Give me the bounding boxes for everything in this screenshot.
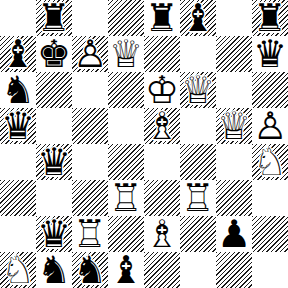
square-a6[interactable]: ♞♞ [0,72,36,108]
square-d4[interactable] [108,144,144,180]
square-h6[interactable] [252,72,288,108]
square-e5[interactable]: ♝♗ [144,108,180,144]
square-f5[interactable] [180,108,216,144]
piece-halo: ♛ [216,108,252,144]
square-b3[interactable] [36,180,72,216]
square-h4[interactable]: ♞♘ [252,144,288,180]
square-h7[interactable]: ♛♛ [252,36,288,72]
white-rook: ♖ [180,180,216,216]
white-knight: ♘ [0,252,36,288]
white-queen: ♕ [180,72,216,108]
piece-halo: ♜ [72,216,108,252]
square-h3[interactable] [252,180,288,216]
square-g1[interactable] [216,252,252,288]
square-g5[interactable]: ♛♕ [216,108,252,144]
white-bishop: ♗ [144,216,180,252]
piece-halo: ♞ [0,72,36,108]
piece-halo: ♝ [144,216,180,252]
square-b4[interactable]: ♛♛ [36,144,72,180]
square-c3[interactable] [72,180,108,216]
square-a8[interactable] [0,0,36,36]
square-e8[interactable]: ♜♜ [144,0,180,36]
black-rook: ♜ [144,0,180,36]
black-rook: ♜ [36,0,72,36]
white-queen: ♕ [108,36,144,72]
square-d6[interactable] [108,72,144,108]
square-e6[interactable]: ♚♔ [144,72,180,108]
square-e7[interactable] [144,36,180,72]
square-b6[interactable] [36,72,72,108]
white-king: ♔ [144,72,180,108]
piece-halo: ♝ [180,0,216,36]
square-a3[interactable] [0,180,36,216]
square-f3[interactable]: ♜♖ [180,180,216,216]
piece-halo: ♜ [36,0,72,36]
black-queen: ♛ [36,144,72,180]
piece-halo: ♛ [36,144,72,180]
square-d2[interactable] [108,216,144,252]
square-c6[interactable] [72,72,108,108]
square-f4[interactable] [180,144,216,180]
piece-halo: ♝ [0,36,36,72]
piece-halo: ♜ [252,0,288,36]
square-a7[interactable]: ♝♝ [0,36,36,72]
square-a4[interactable] [0,144,36,180]
square-e2[interactable]: ♝♗ [144,216,180,252]
square-e4[interactable] [144,144,180,180]
piece-halo: ♛ [36,216,72,252]
piece-halo: ♞ [36,252,72,288]
square-h1[interactable] [252,252,288,288]
black-king: ♚ [36,36,72,72]
square-d8[interactable] [108,0,144,36]
square-c7[interactable]: ♟♙ [72,36,108,72]
square-b5[interactable] [36,108,72,144]
piece-halo: ♜ [180,180,216,216]
square-c2[interactable]: ♜♖ [72,216,108,252]
piece-halo: ♞ [0,252,36,288]
square-g6[interactable] [216,72,252,108]
piece-halo: ♛ [180,72,216,108]
piece-halo: ♚ [144,72,180,108]
square-d1[interactable]: ♝♝ [108,252,144,288]
black-queen: ♛ [36,216,72,252]
white-rook: ♖ [108,180,144,216]
piece-halo: ♛ [252,36,288,72]
square-c1[interactable]: ♞♞ [72,252,108,288]
square-b7[interactable]: ♚♚ [36,36,72,72]
white-queen: ♕ [216,108,252,144]
square-d5[interactable] [108,108,144,144]
square-d3[interactable]: ♜♖ [108,180,144,216]
square-f8[interactable]: ♝♝ [180,0,216,36]
square-e1[interactable] [144,252,180,288]
square-h2[interactable] [252,216,288,252]
square-c5[interactable] [72,108,108,144]
white-pawn: ♙ [252,108,288,144]
piece-halo: ♞ [252,144,288,180]
square-g8[interactable] [216,0,252,36]
black-bishop: ♝ [180,0,216,36]
square-h8[interactable]: ♜♜ [252,0,288,36]
square-f6[interactable]: ♛♕ [180,72,216,108]
square-c4[interactable] [72,144,108,180]
square-g4[interactable] [216,144,252,180]
square-g2[interactable]: ♟♟ [216,216,252,252]
square-b8[interactable]: ♜♜ [36,0,72,36]
piece-halo: ♜ [144,0,180,36]
square-d7[interactable]: ♛♕ [108,36,144,72]
piece-halo: ♟ [252,108,288,144]
square-a2[interactable] [0,216,36,252]
piece-halo: ♜ [108,180,144,216]
white-knight: ♘ [252,144,288,180]
black-pawn: ♟ [216,216,252,252]
black-knight: ♞ [72,252,108,288]
square-b2[interactable]: ♛♛ [36,216,72,252]
black-bishop: ♝ [0,36,36,72]
piece-halo: ♝ [144,108,180,144]
piece-halo: ♝ [108,252,144,288]
piece-halo: ♟ [72,36,108,72]
square-a1[interactable]: ♞♘ [0,252,36,288]
square-f2[interactable] [180,216,216,252]
chess-board: ♜♜♜♜♝♝♜♜♝♝♚♚♟♙♛♕♛♛♞♞♚♔♛♕♛♛♝♗♛♕♟♙♛♛♞♘♜♖♜♖… [0,0,288,288]
black-queen: ♛ [252,36,288,72]
white-bishop: ♗ [144,108,180,144]
black-knight: ♞ [0,72,36,108]
black-queen: ♛ [0,108,36,144]
black-rook: ♜ [252,0,288,36]
square-f7[interactable] [180,36,216,72]
square-g7[interactable] [216,36,252,72]
white-pawn: ♙ [72,36,108,72]
square-h5[interactable]: ♟♙ [252,108,288,144]
piece-halo: ♟ [216,216,252,252]
white-rook: ♖ [72,216,108,252]
square-f1[interactable] [180,252,216,288]
black-knight: ♞ [36,252,72,288]
piece-halo: ♞ [72,252,108,288]
square-b1[interactable]: ♞♞ [36,252,72,288]
square-a5[interactable]: ♛♛ [0,108,36,144]
square-c8[interactable] [72,0,108,36]
black-bishop: ♝ [108,252,144,288]
piece-halo: ♛ [108,36,144,72]
piece-halo: ♛ [0,108,36,144]
square-g3[interactable] [216,180,252,216]
square-e3[interactable] [144,180,180,216]
piece-halo: ♚ [36,36,72,72]
